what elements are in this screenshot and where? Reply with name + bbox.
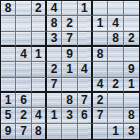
- cell-r6c1[interactable]: [1, 78, 16, 93]
- cell-r1c6[interactable]: 1: [78, 1, 93, 16]
- cell-r8c4[interactable]: 1: [47, 108, 62, 123]
- cell-r5c1[interactable]: [1, 62, 16, 77]
- cell-r5c7[interactable]: [93, 62, 108, 77]
- cell-r1c1[interactable]: 8: [1, 1, 16, 16]
- cell-r7c3[interactable]: [32, 93, 47, 108]
- cell-r9c9[interactable]: 3: [124, 124, 139, 139]
- cell-r7c7[interactable]: 2: [93, 93, 108, 108]
- cell-r4c7[interactable]: 8: [93, 47, 108, 62]
- cell-r5c2[interactable]: [16, 62, 31, 77]
- cell-r5c4[interactable]: 2: [47, 62, 62, 77]
- cell-r6c2[interactable]: [16, 78, 31, 93]
- cell-r5c3[interactable]: [32, 62, 47, 77]
- cell-r8c1[interactable]: 5: [1, 108, 16, 123]
- cell-r2c4[interactable]: 8: [47, 16, 62, 31]
- cell-r7c2[interactable]: 6: [16, 93, 31, 108]
- cell-r7c1[interactable]: 1: [1, 93, 16, 108]
- cell-r1c5[interactable]: [62, 1, 77, 16]
- cell-r3c9[interactable]: 2: [124, 32, 139, 47]
- sudoku-board: 8241821437824198214974211687252413678978…: [0, 0, 140, 140]
- cell-r6c8[interactable]: 2: [108, 78, 123, 93]
- cell-r4c6[interactable]: [78, 47, 93, 62]
- cell-r7c5[interactable]: 8: [62, 93, 77, 108]
- cell-r4c3[interactable]: 1: [32, 47, 47, 62]
- cell-r6c3[interactable]: [32, 78, 47, 93]
- cell-r1c8[interactable]: [108, 1, 123, 16]
- cell-r5c9[interactable]: 9: [124, 62, 139, 77]
- cell-r2c9[interactable]: [124, 16, 139, 31]
- cell-r9c5[interactable]: [62, 124, 77, 139]
- cell-r8c2[interactable]: 2: [16, 108, 31, 123]
- cell-r2c1[interactable]: [1, 16, 16, 31]
- cell-r8c5[interactable]: 3: [62, 108, 77, 123]
- cell-r2c3[interactable]: [32, 16, 47, 31]
- cell-r4c9[interactable]: [124, 47, 139, 62]
- cell-r1c7[interactable]: [93, 1, 108, 16]
- cell-r9c8[interactable]: 1: [108, 124, 123, 139]
- cell-r9c7[interactable]: [93, 124, 108, 139]
- cell-r8c6[interactable]: 6: [78, 108, 93, 123]
- cell-r3c8[interactable]: 8: [108, 32, 123, 47]
- cell-r7c6[interactable]: 7: [78, 93, 93, 108]
- cell-r7c9[interactable]: [124, 93, 139, 108]
- cell-r3c1[interactable]: [1, 32, 16, 47]
- cell-r9c2[interactable]: 7: [16, 124, 31, 139]
- cell-r4c5[interactable]: 9: [62, 47, 77, 62]
- cell-r6c5[interactable]: [62, 78, 77, 93]
- cell-r3c4[interactable]: 3: [47, 32, 62, 47]
- cell-r5c6[interactable]: 4: [78, 62, 93, 77]
- cell-r4c2[interactable]: 4: [16, 47, 31, 62]
- cell-r5c5[interactable]: 1: [62, 62, 77, 77]
- cell-r8c8[interactable]: [108, 108, 123, 123]
- cell-r2c5[interactable]: 2: [62, 16, 77, 31]
- cell-r4c4[interactable]: [47, 47, 62, 62]
- cell-r7c4[interactable]: [47, 93, 62, 108]
- cell-r3c2[interactable]: [16, 32, 31, 47]
- cell-r6c6[interactable]: [78, 78, 93, 93]
- cell-r4c1[interactable]: [1, 47, 16, 62]
- cell-r9c3[interactable]: 8: [32, 124, 47, 139]
- cell-r8c9[interactable]: 8: [124, 108, 139, 123]
- cell-r3c7[interactable]: [93, 32, 108, 47]
- cell-r9c6[interactable]: [78, 124, 93, 139]
- cell-r2c8[interactable]: 4: [108, 16, 123, 31]
- cell-r9c1[interactable]: 9: [1, 124, 16, 139]
- cell-r9c4[interactable]: [47, 124, 62, 139]
- cell-r1c3[interactable]: 2: [32, 1, 47, 16]
- cell-r3c5[interactable]: 7: [62, 32, 77, 47]
- cell-r8c7[interactable]: 7: [93, 108, 108, 123]
- cell-r1c9[interactable]: [124, 1, 139, 16]
- cell-r6c7[interactable]: 4: [93, 78, 108, 93]
- cell-r2c6[interactable]: [78, 16, 93, 31]
- cell-r8c3[interactable]: 4: [32, 108, 47, 123]
- cell-r1c4[interactable]: 4: [47, 1, 62, 16]
- cell-r1c2[interactable]: [16, 1, 31, 16]
- cell-r4c8[interactable]: [108, 47, 123, 62]
- cell-r7c8[interactable]: [108, 93, 123, 108]
- cell-r2c2[interactable]: [16, 16, 31, 31]
- cell-r5c8[interactable]: [108, 62, 123, 77]
- cell-r3c3[interactable]: [32, 32, 47, 47]
- cell-r6c4[interactable]: 7: [47, 78, 62, 93]
- cell-r2c7[interactable]: 1: [93, 16, 108, 31]
- cell-r6c9[interactable]: 1: [124, 78, 139, 93]
- cell-r3c6[interactable]: [78, 32, 93, 47]
